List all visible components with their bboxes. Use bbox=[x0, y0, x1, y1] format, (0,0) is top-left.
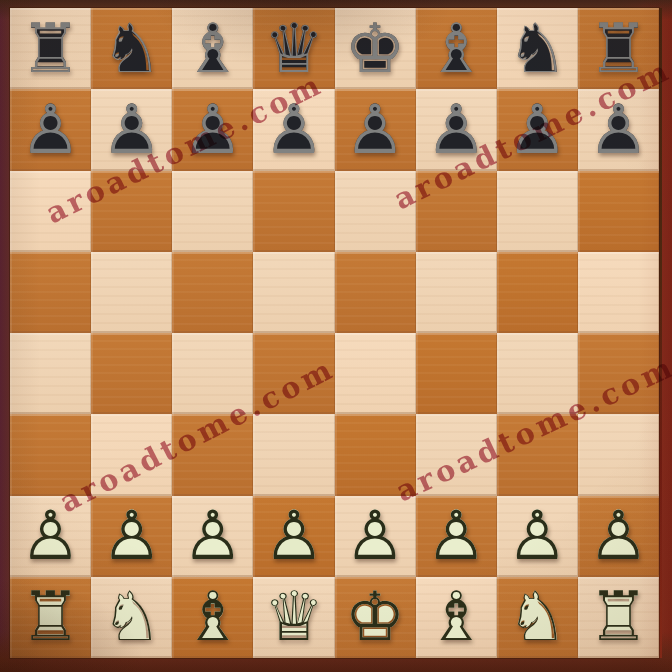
white-pawn-outline-icon: ♙ bbox=[253, 496, 334, 577]
piece-white-pawn: ♟♙ bbox=[578, 496, 659, 577]
black-king-outline-icon: ♔ bbox=[335, 8, 416, 89]
black-pawn-icon: ♟ bbox=[91, 89, 172, 170]
black-pawn-icon: ♟ bbox=[253, 89, 334, 170]
black-pawn-icon: ♟ bbox=[10, 89, 91, 170]
black-pawn-outline-icon: ♙ bbox=[253, 89, 334, 170]
black-pawn-outline-icon: ♙ bbox=[10, 89, 91, 170]
square-a8: ♜♖ bbox=[10, 8, 91, 89]
square-f5 bbox=[416, 252, 497, 333]
square-a3 bbox=[10, 414, 91, 495]
square-d7: ♟♙ bbox=[253, 89, 334, 170]
piece-black-pawn: ♟♙ bbox=[172, 89, 253, 170]
square-b5 bbox=[91, 252, 172, 333]
square-g5 bbox=[497, 252, 578, 333]
white-knight-outline-icon: ♘ bbox=[91, 577, 172, 658]
black-rook-icon: ♜ bbox=[578, 8, 659, 89]
square-g6 bbox=[497, 171, 578, 252]
square-h4 bbox=[578, 333, 659, 414]
piece-black-king: ♚♔ bbox=[335, 8, 416, 89]
piece-white-pawn: ♟♙ bbox=[253, 496, 334, 577]
white-pawn-icon: ♟ bbox=[335, 496, 416, 577]
square-c4 bbox=[172, 333, 253, 414]
white-rook-outline-icon: ♖ bbox=[578, 577, 659, 658]
square-g1: ♞♘ bbox=[497, 577, 578, 658]
piece-black-pawn: ♟♙ bbox=[253, 89, 334, 170]
piece-black-pawn: ♟♙ bbox=[497, 89, 578, 170]
square-h5 bbox=[578, 252, 659, 333]
square-c5 bbox=[172, 252, 253, 333]
square-c1: ♝♗ bbox=[172, 577, 253, 658]
piece-white-pawn: ♟♙ bbox=[172, 496, 253, 577]
square-c3 bbox=[172, 414, 253, 495]
square-a5 bbox=[10, 252, 91, 333]
square-h6 bbox=[578, 171, 659, 252]
piece-white-pawn: ♟♙ bbox=[416, 496, 497, 577]
piece-black-knight: ♞♘ bbox=[497, 8, 578, 89]
square-a2: ♟♙ bbox=[10, 496, 91, 577]
black-pawn-icon: ♟ bbox=[172, 89, 253, 170]
piece-black-queen: ♛♕ bbox=[253, 8, 334, 89]
piece-white-pawn: ♟♙ bbox=[497, 496, 578, 577]
black-queen-icon: ♛ bbox=[253, 8, 334, 89]
black-bishop-outline-icon: ♗ bbox=[172, 8, 253, 89]
piece-white-knight: ♞♘ bbox=[91, 577, 172, 658]
white-pawn-icon: ♟ bbox=[497, 496, 578, 577]
square-d8: ♛♕ bbox=[253, 8, 334, 89]
white-pawn-icon: ♟ bbox=[172, 496, 253, 577]
square-h3 bbox=[578, 414, 659, 495]
black-bishop-outline-icon: ♗ bbox=[416, 8, 497, 89]
piece-white-bishop: ♝♗ bbox=[172, 577, 253, 658]
piece-black-pawn: ♟♙ bbox=[416, 89, 497, 170]
black-queen-outline-icon: ♕ bbox=[253, 8, 334, 89]
white-pawn-outline-icon: ♙ bbox=[497, 496, 578, 577]
piece-black-pawn: ♟♙ bbox=[335, 89, 416, 170]
white-bishop-icon: ♝ bbox=[172, 577, 253, 658]
piece-black-rook: ♜♖ bbox=[578, 8, 659, 89]
square-d6 bbox=[253, 171, 334, 252]
black-knight-outline-icon: ♘ bbox=[91, 8, 172, 89]
piece-white-rook: ♜♖ bbox=[10, 577, 91, 658]
square-e8: ♚♔ bbox=[335, 8, 416, 89]
black-pawn-outline-icon: ♙ bbox=[497, 89, 578, 170]
black-king-icon: ♚ bbox=[335, 8, 416, 89]
black-pawn-icon: ♟ bbox=[497, 89, 578, 170]
black-rook-outline-icon: ♖ bbox=[578, 8, 659, 89]
white-pawn-outline-icon: ♙ bbox=[172, 496, 253, 577]
white-knight-outline-icon: ♘ bbox=[497, 577, 578, 658]
square-g8: ♞♘ bbox=[497, 8, 578, 89]
piece-white-pawn: ♟♙ bbox=[91, 496, 172, 577]
black-pawn-icon: ♟ bbox=[335, 89, 416, 170]
white-knight-icon: ♞ bbox=[91, 577, 172, 658]
piece-black-pawn: ♟♙ bbox=[91, 89, 172, 170]
piece-black-rook: ♜♖ bbox=[10, 8, 91, 89]
square-f6 bbox=[416, 171, 497, 252]
black-knight-outline-icon: ♘ bbox=[497, 8, 578, 89]
square-d2: ♟♙ bbox=[253, 496, 334, 577]
square-e3 bbox=[335, 414, 416, 495]
white-pawn-icon: ♟ bbox=[416, 496, 497, 577]
square-h8: ♜♖ bbox=[578, 8, 659, 89]
chess-board: ♜♖♞♘♝♗♛♕♚♔♝♗♞♘♜♖♟♙♟♙♟♙♟♙♟♙♟♙♟♙♟♙♟♙♟♙♟♙♟♙… bbox=[10, 8, 659, 658]
white-rook-icon: ♜ bbox=[578, 577, 659, 658]
white-bishop-icon: ♝ bbox=[416, 577, 497, 658]
white-pawn-icon: ♟ bbox=[578, 496, 659, 577]
white-king-outline-icon: ♔ bbox=[335, 577, 416, 658]
white-pawn-icon: ♟ bbox=[10, 496, 91, 577]
white-pawn-outline-icon: ♙ bbox=[578, 496, 659, 577]
black-knight-icon: ♞ bbox=[497, 8, 578, 89]
white-pawn-outline-icon: ♙ bbox=[91, 496, 172, 577]
piece-black-knight: ♞♘ bbox=[91, 8, 172, 89]
square-f1: ♝♗ bbox=[416, 577, 497, 658]
square-b8: ♞♘ bbox=[91, 8, 172, 89]
black-pawn-icon: ♟ bbox=[416, 89, 497, 170]
black-bishop-icon: ♝ bbox=[172, 8, 253, 89]
square-d5 bbox=[253, 252, 334, 333]
piece-white-rook: ♜♖ bbox=[578, 577, 659, 658]
white-bishop-outline-icon: ♗ bbox=[172, 577, 253, 658]
square-e4 bbox=[335, 333, 416, 414]
white-pawn-icon: ♟ bbox=[253, 496, 334, 577]
piece-white-pawn: ♟♙ bbox=[335, 496, 416, 577]
square-d1: ♛♕ bbox=[253, 577, 334, 658]
white-rook-outline-icon: ♖ bbox=[10, 577, 91, 658]
square-b2: ♟♙ bbox=[91, 496, 172, 577]
piece-black-pawn: ♟♙ bbox=[10, 89, 91, 170]
square-e2: ♟♙ bbox=[335, 496, 416, 577]
square-c6 bbox=[172, 171, 253, 252]
white-bishop-outline-icon: ♗ bbox=[416, 577, 497, 658]
square-f2: ♟♙ bbox=[416, 496, 497, 577]
square-c2: ♟♙ bbox=[172, 496, 253, 577]
piece-white-king: ♚♔ bbox=[335, 577, 416, 658]
square-a7: ♟♙ bbox=[10, 89, 91, 170]
square-e7: ♟♙ bbox=[335, 89, 416, 170]
square-d4 bbox=[253, 333, 334, 414]
square-f4 bbox=[416, 333, 497, 414]
piece-black-bishop: ♝♗ bbox=[172, 8, 253, 89]
square-d3 bbox=[253, 414, 334, 495]
square-b4 bbox=[91, 333, 172, 414]
black-rook-outline-icon: ♖ bbox=[10, 8, 91, 89]
square-g2: ♟♙ bbox=[497, 496, 578, 577]
white-pawn-icon: ♟ bbox=[91, 496, 172, 577]
square-f3 bbox=[416, 414, 497, 495]
white-pawn-outline-icon: ♙ bbox=[416, 496, 497, 577]
square-a1: ♜♖ bbox=[10, 577, 91, 658]
square-c8: ♝♗ bbox=[172, 8, 253, 89]
black-pawn-outline-icon: ♙ bbox=[578, 89, 659, 170]
black-pawn-outline-icon: ♙ bbox=[91, 89, 172, 170]
square-h1: ♜♖ bbox=[578, 577, 659, 658]
black-pawn-icon: ♟ bbox=[578, 89, 659, 170]
square-e6 bbox=[335, 171, 416, 252]
square-b7: ♟♙ bbox=[91, 89, 172, 170]
square-c7: ♟♙ bbox=[172, 89, 253, 170]
white-pawn-outline-icon: ♙ bbox=[335, 496, 416, 577]
square-f8: ♝♗ bbox=[416, 8, 497, 89]
black-pawn-outline-icon: ♙ bbox=[335, 89, 416, 170]
white-knight-icon: ♞ bbox=[497, 577, 578, 658]
white-queen-outline-icon: ♕ bbox=[253, 577, 334, 658]
piece-white-bishop: ♝♗ bbox=[416, 577, 497, 658]
square-g3 bbox=[497, 414, 578, 495]
white-queen-icon: ♛ bbox=[253, 577, 334, 658]
square-h2: ♟♙ bbox=[578, 496, 659, 577]
square-a4 bbox=[10, 333, 91, 414]
black-pawn-outline-icon: ♙ bbox=[416, 89, 497, 170]
square-b3 bbox=[91, 414, 172, 495]
white-king-icon: ♚ bbox=[335, 577, 416, 658]
square-b1: ♞♘ bbox=[91, 577, 172, 658]
black-pawn-outline-icon: ♙ bbox=[172, 89, 253, 170]
black-knight-icon: ♞ bbox=[91, 8, 172, 89]
black-rook-icon: ♜ bbox=[10, 8, 91, 89]
square-a6 bbox=[10, 171, 91, 252]
square-e5 bbox=[335, 252, 416, 333]
piece-white-pawn: ♟♙ bbox=[10, 496, 91, 577]
square-b6 bbox=[91, 171, 172, 252]
piece-white-knight: ♞♘ bbox=[497, 577, 578, 658]
square-f7: ♟♙ bbox=[416, 89, 497, 170]
white-rook-icon: ♜ bbox=[10, 577, 91, 658]
piece-black-pawn: ♟♙ bbox=[578, 89, 659, 170]
piece-white-queen: ♛♕ bbox=[253, 577, 334, 658]
square-h7: ♟♙ bbox=[578, 89, 659, 170]
piece-black-bishop: ♝♗ bbox=[416, 8, 497, 89]
square-g7: ♟♙ bbox=[497, 89, 578, 170]
white-pawn-outline-icon: ♙ bbox=[10, 496, 91, 577]
square-e1: ♚♔ bbox=[335, 577, 416, 658]
chess-diagram-photo: ♜♖♞♘♝♗♛♕♚♔♝♗♞♘♜♖♟♙♟♙♟♙♟♙♟♙♟♙♟♙♟♙♟♙♟♙♟♙♟♙… bbox=[0, 0, 672, 672]
square-g4 bbox=[497, 333, 578, 414]
black-bishop-icon: ♝ bbox=[416, 8, 497, 89]
